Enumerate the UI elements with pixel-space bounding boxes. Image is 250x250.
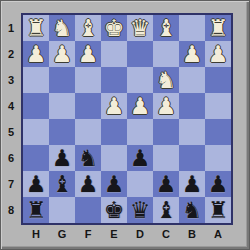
piece-white-pawn[interactable]: ♟ — [52, 41, 73, 67]
square-e7[interactable]: ♟ — [101, 171, 127, 197]
square-a8[interactable]: ♜ — [205, 197, 231, 223]
square-d8[interactable]: ♛ — [127, 197, 153, 223]
square-f5[interactable] — [75, 119, 101, 145]
piece-black-bishop[interactable]: ♝ — [156, 197, 177, 223]
square-f3[interactable] — [75, 67, 101, 93]
rank-label-1: 1 — [1, 15, 21, 41]
piece-white-pawn[interactable]: ♟ — [78, 41, 99, 67]
square-a4[interactable] — [205, 93, 231, 119]
file-label-d: D — [127, 227, 153, 241]
square-h2[interactable]: ♟ — [23, 41, 49, 67]
square-e1[interactable]: ♚ — [101, 15, 127, 41]
file-label-e: E — [101, 227, 127, 241]
piece-black-pawn[interactable]: ♟ — [182, 171, 203, 197]
square-c1[interactable]: ♝ — [153, 15, 179, 41]
square-b8[interactable]: ♞ — [179, 197, 205, 223]
piece-black-rook[interactable]: ♜ — [208, 197, 229, 223]
square-e6[interactable] — [101, 145, 127, 171]
piece-white-knight[interactable]: ♞ — [156, 67, 177, 93]
piece-white-pawn[interactable]: ♟ — [208, 41, 229, 67]
square-b6[interactable] — [179, 145, 205, 171]
square-a5[interactable] — [205, 119, 231, 145]
square-f1[interactable]: ♝ — [75, 15, 101, 41]
square-h8[interactable]: ♜ — [23, 197, 49, 223]
square-a1[interactable]: ♜ — [205, 15, 231, 41]
rank-label-5: 5 — [1, 119, 21, 145]
piece-black-pawn[interactable]: ♟ — [130, 145, 151, 171]
chess-board-frame: 1 2 3 4 5 6 7 8 ♜♞♝♚♛♝♜♟♟♟♟♟♞♟♟♟♟♞♟♟♝♟♟♟… — [0, 0, 250, 250]
piece-black-rook[interactable]: ♜ — [26, 197, 47, 223]
square-d6[interactable]: ♟ — [127, 145, 153, 171]
square-f4[interactable] — [75, 93, 101, 119]
piece-black-pawn[interactable]: ♟ — [78, 171, 99, 197]
square-h1[interactable]: ♜ — [23, 15, 49, 41]
square-g1[interactable]: ♞ — [49, 15, 75, 41]
square-f8[interactable] — [75, 197, 101, 223]
square-h4[interactable] — [23, 93, 49, 119]
square-c4[interactable]: ♟ — [153, 93, 179, 119]
file-label-a: A — [205, 227, 231, 241]
square-d7[interactable] — [127, 171, 153, 197]
square-b4[interactable] — [179, 93, 205, 119]
piece-black-knight[interactable]: ♞ — [78, 145, 99, 171]
piece-white-pawn[interactable]: ♟ — [130, 93, 151, 119]
square-c5[interactable] — [153, 119, 179, 145]
square-b1[interactable] — [179, 15, 205, 41]
rank-label-2: 2 — [1, 41, 21, 67]
file-label-f: F — [75, 227, 101, 241]
rank-label-4: 4 — [1, 93, 21, 119]
piece-black-pawn[interactable]: ♟ — [156, 171, 177, 197]
piece-black-queen[interactable]: ♛ — [130, 197, 151, 223]
piece-black-king[interactable]: ♚ — [104, 197, 125, 223]
piece-white-queen[interactable]: ♛ — [130, 15, 151, 41]
rank-labels: 1 2 3 4 5 6 7 8 — [1, 15, 21, 223]
square-g7[interactable]: ♝ — [49, 171, 75, 197]
piece-black-pawn[interactable]: ♟ — [52, 145, 73, 171]
piece-white-bishop[interactable]: ♝ — [78, 15, 99, 41]
rank-label-8: 8 — [1, 197, 21, 223]
square-d4[interactable]: ♟ — [127, 93, 153, 119]
square-e3[interactable] — [101, 67, 127, 93]
square-h5[interactable] — [23, 119, 49, 145]
square-e8[interactable]: ♚ — [101, 197, 127, 223]
square-b3[interactable] — [179, 67, 205, 93]
file-labels: H G F E D C B A — [23, 227, 231, 241]
piece-white-bishop[interactable]: ♝ — [156, 15, 177, 41]
rank-label-6: 6 — [1, 145, 21, 171]
square-a3[interactable] — [205, 67, 231, 93]
square-e5[interactable] — [101, 119, 127, 145]
piece-white-rook[interactable]: ♜ — [26, 15, 47, 41]
square-c8[interactable]: ♝ — [153, 197, 179, 223]
square-a2[interactable]: ♟ — [205, 41, 231, 67]
square-b7[interactable]: ♟ — [179, 171, 205, 197]
piece-black-pawn[interactable]: ♟ — [26, 171, 47, 197]
square-h7[interactable]: ♟ — [23, 171, 49, 197]
square-c6[interactable] — [153, 145, 179, 171]
square-d1[interactable]: ♛ — [127, 15, 153, 41]
square-d5[interactable] — [127, 119, 153, 145]
piece-black-pawn[interactable]: ♟ — [208, 171, 229, 197]
square-h3[interactable] — [23, 67, 49, 93]
square-h6[interactable] — [23, 145, 49, 171]
square-d3[interactable] — [127, 67, 153, 93]
square-e2[interactable] — [101, 41, 127, 67]
square-b2[interactable]: ♟ — [179, 41, 205, 67]
piece-white-pawn[interactable]: ♟ — [26, 41, 47, 67]
square-c2[interactable] — [153, 41, 179, 67]
square-c3[interactable]: ♞ — [153, 67, 179, 93]
piece-white-king[interactable]: ♚ — [104, 15, 125, 41]
square-f6[interactable]: ♞ — [75, 145, 101, 171]
piece-black-bishop[interactable]: ♝ — [52, 171, 73, 197]
square-g3[interactable] — [49, 67, 75, 93]
file-label-b: B — [179, 227, 205, 241]
piece-white-pawn[interactable]: ♟ — [104, 93, 125, 119]
file-label-h: H — [23, 227, 49, 241]
square-b5[interactable] — [179, 119, 205, 145]
file-label-g: G — [49, 227, 75, 241]
piece-black-knight[interactable]: ♞ — [182, 197, 203, 223]
piece-white-pawn[interactable]: ♟ — [156, 93, 177, 119]
file-label-c: C — [153, 227, 179, 241]
square-c7[interactable]: ♟ — [153, 171, 179, 197]
square-g4[interactable] — [49, 93, 75, 119]
square-g8[interactable] — [49, 197, 75, 223]
square-f2[interactable]: ♟ — [75, 41, 101, 67]
piece-white-pawn[interactable]: ♟ — [182, 41, 203, 67]
square-g5[interactable] — [49, 119, 75, 145]
square-a6[interactable] — [205, 145, 231, 171]
square-d2[interactable] — [127, 41, 153, 67]
square-f7[interactable]: ♟ — [75, 171, 101, 197]
square-e4[interactable]: ♟ — [101, 93, 127, 119]
rank-label-3: 3 — [1, 67, 21, 93]
piece-white-knight[interactable]: ♞ — [52, 15, 73, 41]
square-g6[interactable]: ♟ — [49, 145, 75, 171]
piece-black-pawn[interactable]: ♟ — [104, 171, 125, 197]
square-g2[interactable]: ♟ — [49, 41, 75, 67]
rank-label-7: 7 — [1, 171, 21, 197]
piece-white-rook[interactable]: ♜ — [208, 15, 229, 41]
chess-board: ♜♞♝♚♛♝♜♟♟♟♟♟♞♟♟♟♟♞♟♟♝♟♟♟♟♟♜♚♛♝♞♜ — [21, 13, 233, 225]
square-a7[interactable]: ♟ — [205, 171, 231, 197]
